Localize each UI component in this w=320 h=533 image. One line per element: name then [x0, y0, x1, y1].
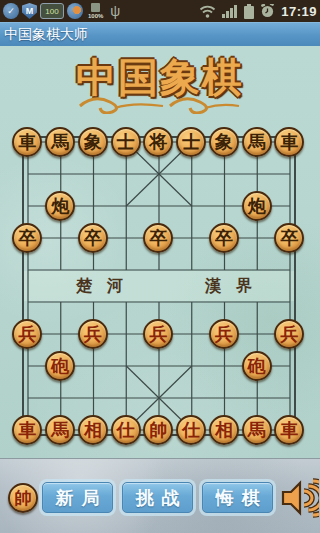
board-point-6-2[interactable]: 兵 [77, 318, 110, 350]
black-soldier[interactable]: 卒 [78, 223, 108, 253]
board-point-3-0[interactable]: 卒 [11, 222, 44, 254]
board-point-8-7[interactable] [240, 382, 273, 414]
board-point-6-5[interactable] [175, 318, 208, 350]
app-title-bar: 中国象棋大师 [0, 22, 320, 46]
red-general[interactable]: 帥 [143, 415, 173, 445]
board-point-4-8[interactable] [273, 254, 306, 286]
board-point-4-6[interactable] [208, 254, 241, 286]
globe-app-icon [67, 3, 83, 19]
board-point-6-7[interactable] [240, 318, 273, 350]
board-point-1-7[interactable] [240, 158, 273, 190]
black-soldier[interactable]: 卒 [209, 223, 239, 253]
board-point-0-6[interactable]: 象 [208, 126, 241, 158]
board-point-4-5[interactable] [175, 254, 208, 286]
red-soldier[interactable]: 兵 [143, 319, 173, 349]
red-elephant[interactable]: 相 [78, 415, 108, 445]
app-screen: ✓ M 100 100% ψ [0, 0, 320, 533]
red-advisor[interactable]: 仕 [176, 415, 206, 445]
board-point-2-7[interactable]: 炮 [240, 190, 273, 222]
red-elephant[interactable]: 相 [209, 415, 239, 445]
board-point-7-0[interactable] [11, 350, 44, 382]
board-point-5-7[interactable] [240, 286, 273, 318]
board-point-8-6[interactable] [208, 382, 241, 414]
red-soldier[interactable]: 兵 [78, 319, 108, 349]
board-point-5-2[interactable] [77, 286, 110, 318]
board-point-2-3[interactable] [109, 190, 142, 222]
board-point-1-1[interactable] [44, 158, 77, 190]
black-elephant[interactable]: 象 [209, 127, 239, 157]
board-point-5-5[interactable] [175, 286, 208, 318]
board-point-5-3[interactable] [109, 286, 142, 318]
board-point-5-0[interactable] [11, 286, 44, 318]
undo-move-button[interactable]: 悔棋 [202, 482, 273, 513]
board-point-0-0[interactable]: 車 [11, 126, 44, 158]
battery-percent-label: 100% [88, 13, 103, 19]
board-point-6-8[interactable]: 兵 [273, 318, 306, 350]
board-point-9-8[interactable]: 車 [273, 414, 306, 446]
board-point-4-0[interactable] [11, 254, 44, 286]
usb-icon: ψ [110, 4, 120, 18]
board-point-1-4[interactable] [142, 158, 175, 190]
board-point-7-2[interactable] [77, 350, 110, 382]
board-point-5-4[interactable] [142, 286, 175, 318]
board-point-4-1[interactable] [44, 254, 77, 286]
speaker-icon[interactable] [281, 478, 319, 518]
board-point-3-4[interactable]: 卒 [142, 222, 175, 254]
board-point-9-7[interactable]: 馬 [240, 414, 273, 446]
board-point-2-2[interactable] [77, 190, 110, 222]
board-point-1-8[interactable] [273, 158, 306, 190]
black-chariot[interactable]: 車 [12, 127, 42, 157]
black-horse[interactable]: 馬 [45, 127, 75, 157]
status-bar: ✓ M 100 100% ψ [0, 0, 320, 22]
board-point-5-8[interactable] [273, 286, 306, 318]
status-bar-left: ✓ M 100 100% ψ [3, 3, 120, 19]
red-soldier[interactable]: 兵 [12, 319, 42, 349]
bottom-bar: 帥 新局 挑战 悔棋 [0, 458, 320, 533]
red-cannon[interactable]: 砲 [45, 351, 75, 381]
red-cannon[interactable]: 砲 [242, 351, 272, 381]
red-advisor[interactable]: 仕 [111, 415, 141, 445]
board-point-3-1[interactable] [44, 222, 77, 254]
board-point-0-2[interactable]: 象 [77, 126, 110, 158]
board-point-7-4[interactable] [142, 350, 175, 382]
board-point-6-6[interactable]: 兵 [208, 318, 241, 350]
board-point-8-8[interactable] [273, 382, 306, 414]
board-point-2-1[interactable]: 炮 [44, 190, 77, 222]
board-point-5-1[interactable] [44, 286, 77, 318]
board-point-8-1[interactable] [44, 382, 77, 414]
board-point-4-4[interactable] [142, 254, 175, 286]
board-point-9-3[interactable]: 仕 [109, 414, 142, 446]
board-point-0-5[interactable]: 士 [175, 126, 208, 158]
black-cannon[interactable]: 炮 [242, 191, 272, 221]
board-point-3-3[interactable] [109, 222, 142, 254]
board-grid: 車馬象士将士象馬車炮炮卒卒卒卒卒兵兵兵兵兵砲砲車馬相仕帥仕相馬車 [11, 126, 306, 446]
board-point-0-4[interactable]: 将 [142, 126, 175, 158]
board-point-3-2[interactable]: 卒 [77, 222, 110, 254]
board-point-8-3[interactable] [109, 382, 142, 414]
board-point-2-0[interactable] [11, 190, 44, 222]
board-point-5-6[interactable] [208, 286, 241, 318]
board-point-9-6[interactable]: 相 [208, 414, 241, 446]
board-point-3-8[interactable]: 卒 [273, 222, 306, 254]
turn-indicator-red-general: 帥 [8, 483, 38, 513]
xiangqi-board[interactable]: 楚河 漢界 車馬象士将士象馬車炮炮卒卒卒卒卒兵兵兵兵兵砲砲車馬相仕帥仕相馬車 [0, 125, 320, 458]
app-title: 中国象棋大师 [0, 26, 88, 44]
battery-widget-icon: 100 [40, 3, 64, 19]
board-point-2-6[interactable] [208, 190, 241, 222]
board-point-9-0[interactable]: 車 [11, 414, 44, 446]
board-point-4-3[interactable] [109, 254, 142, 286]
board-point-7-5[interactable] [175, 350, 208, 382]
board-point-8-0[interactable] [11, 382, 44, 414]
board-point-2-5[interactable] [175, 190, 208, 222]
board-point-2-8[interactable] [273, 190, 306, 222]
battery-percent-icon: 100% [88, 3, 103, 19]
black-chariot[interactable]: 車 [274, 127, 304, 157]
signal-strength-icon [222, 5, 238, 18]
board-point-2-4[interactable] [142, 190, 175, 222]
board-point-9-1[interactable]: 馬 [44, 414, 77, 446]
board-point-7-7[interactable]: 砲 [240, 350, 273, 382]
battery-shape [91, 3, 100, 12]
black-horse[interactable]: 馬 [242, 127, 272, 157]
battery-icon [244, 4, 254, 19]
black-elephant[interactable]: 象 [78, 127, 108, 157]
red-horse[interactable]: 馬 [242, 415, 272, 445]
shield-m-icon: M [22, 3, 37, 19]
board-point-0-7[interactable]: 馬 [240, 126, 273, 158]
board-point-7-1[interactable]: 砲 [44, 350, 77, 382]
board-point-6-3[interactable] [109, 318, 142, 350]
board-point-4-7[interactable] [240, 254, 273, 286]
alarm-clock-icon [260, 4, 275, 18]
black-soldier[interactable]: 卒 [143, 223, 173, 253]
board-point-7-8[interactable] [273, 350, 306, 382]
board-point-6-4[interactable]: 兵 [142, 318, 175, 350]
black-soldier[interactable]: 卒 [274, 223, 304, 253]
banner: 中国象棋 [0, 46, 320, 125]
status-bar-right: 17:19 [199, 4, 317, 19]
board-point-1-2[interactable] [77, 158, 110, 190]
red-soldier[interactable]: 兵 [209, 319, 239, 349]
board-point-7-3[interactable] [109, 350, 142, 382]
wifi-icon [199, 5, 216, 18]
board-point-7-6[interactable] [208, 350, 241, 382]
board-point-1-6[interactable] [208, 158, 241, 190]
board-point-3-5[interactable] [175, 222, 208, 254]
board-point-9-2[interactable]: 相 [77, 414, 110, 446]
board-point-9-4[interactable]: 帥 [142, 414, 175, 446]
board-point-3-6[interactable]: 卒 [208, 222, 241, 254]
black-advisor[interactable]: 士 [176, 127, 206, 157]
black-advisor[interactable]: 士 [111, 127, 141, 157]
board-point-0-8[interactable]: 車 [273, 126, 306, 158]
board-point-1-0[interactable] [11, 158, 44, 190]
board-point-6-1[interactable] [44, 318, 77, 350]
challenge-button[interactable]: 挑战 [122, 482, 193, 513]
board-point-0-3[interactable]: 士 [109, 126, 142, 158]
board-point-8-5[interactable] [175, 382, 208, 414]
new-game-button[interactable]: 新局 [42, 482, 113, 513]
black-cannon[interactable]: 炮 [45, 191, 75, 221]
red-chariot[interactable]: 車 [12, 415, 42, 445]
board-point-1-5[interactable] [175, 158, 208, 190]
board-point-9-5[interactable]: 仕 [175, 414, 208, 446]
black-soldier[interactable]: 卒 [12, 223, 42, 253]
red-soldier[interactable]: 兵 [274, 319, 304, 349]
clock-time: 17:19 [281, 4, 317, 19]
antivirus-check-icon: ✓ [3, 3, 19, 19]
board-point-4-2[interactable] [77, 254, 110, 286]
red-horse[interactable]: 馬 [45, 415, 75, 445]
board-point-8-2[interactable] [77, 382, 110, 414]
board-point-3-7[interactable] [240, 222, 273, 254]
board-point-6-0[interactable]: 兵 [11, 318, 44, 350]
board-point-1-3[interactable] [109, 158, 142, 190]
board-point-0-1[interactable]: 馬 [44, 126, 77, 158]
banner-title: 中国象棋 [0, 58, 320, 98]
board-point-8-4[interactable] [142, 382, 175, 414]
black-general[interactable]: 将 [143, 127, 173, 157]
red-chariot[interactable]: 車 [274, 415, 304, 445]
